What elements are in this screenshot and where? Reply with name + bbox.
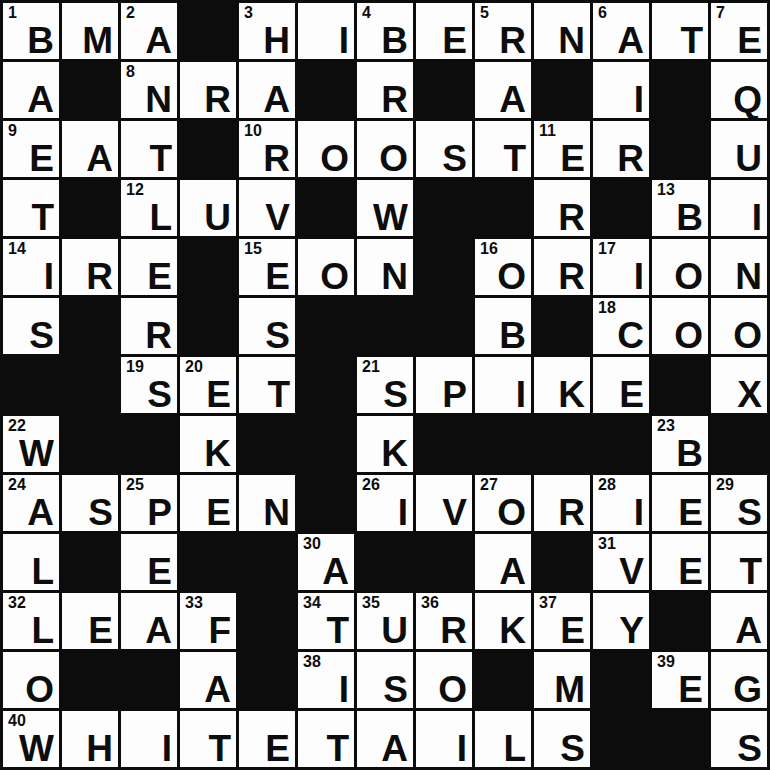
cell-r8c7[interactable]: K <box>357 416 413 472</box>
clue-number-31: 31 <box>598 535 616 553</box>
cell-r4c13[interactable]: I <box>711 180 767 236</box>
clue-number-24: 24 <box>8 476 26 494</box>
cell-letter: L <box>149 199 172 236</box>
cell-letter: S <box>147 376 172 413</box>
cell-letter: O <box>733 317 762 354</box>
cell-r7c10[interactable]: K <box>534 357 590 413</box>
cell-letter: U <box>204 199 231 236</box>
cell-letter: A <box>145 22 172 59</box>
cell-r1c9[interactable]: 5R <box>475 3 531 59</box>
cell-letter: W <box>19 730 54 767</box>
clue-number-22: 22 <box>8 417 26 435</box>
cell-r1c8[interactable]: E <box>416 3 472 59</box>
black-cell-r8c2 <box>62 416 118 472</box>
clue-number-5: 5 <box>480 4 489 22</box>
cell-letter: C <box>617 317 644 354</box>
black-cell-r6c7 <box>357 298 413 354</box>
cell-r10c1[interactable]: L <box>3 534 59 590</box>
cell-letter: E <box>147 258 172 295</box>
cell-letter: R <box>145 317 172 354</box>
cell-r9c7[interactable]: 26I <box>357 475 413 531</box>
clue-number-12: 12 <box>126 181 144 199</box>
cell-r5c11[interactable]: 17I <box>593 239 649 295</box>
cell-letter: A <box>27 494 54 531</box>
cell-r3c5[interactable]: 10R <box>239 121 295 177</box>
cell-letter: G <box>733 671 762 708</box>
clue-number-9: 9 <box>8 122 17 140</box>
cell-letter: E <box>678 553 703 590</box>
clue-number-23: 23 <box>657 417 675 435</box>
black-cell-r4c9 <box>475 180 531 236</box>
cell-letter: E <box>678 671 703 708</box>
clue-number-28: 28 <box>598 476 616 494</box>
black-cell-r4c2 <box>62 180 118 236</box>
cell-letter: A <box>322 553 349 590</box>
cell-r3c7[interactable]: O <box>357 121 413 177</box>
cell-letter: B <box>676 435 703 472</box>
cell-letter: A <box>86 140 113 177</box>
black-cell-r6c8 <box>416 298 472 354</box>
cell-r9c12[interactable]: E <box>652 475 708 531</box>
black-cell-r11c12 <box>652 593 708 649</box>
cell-r4c10[interactable]: R <box>534 180 590 236</box>
cell-r2c11[interactable]: I <box>593 62 649 118</box>
cell-letter: I <box>44 258 54 295</box>
cell-r4c12[interactable]: 13B <box>652 180 708 236</box>
cell-r6c12[interactable]: O <box>652 298 708 354</box>
cell-r11c2[interactable]: E <box>62 593 118 649</box>
cell-r3c6[interactable]: O <box>298 121 354 177</box>
cell-letter: R <box>440 612 467 649</box>
cell-r13c1[interactable]: 40W <box>3 711 59 767</box>
clue-number-14: 14 <box>8 240 26 258</box>
cell-letter: P <box>147 494 172 531</box>
black-cell-r12c9 <box>475 652 531 708</box>
clue-number-37: 37 <box>539 594 557 612</box>
cell-r5c10[interactable]: R <box>534 239 590 295</box>
cell-letter: K <box>204 435 231 472</box>
clue-number-4: 4 <box>362 4 371 22</box>
black-cell-r6c4 <box>180 298 236 354</box>
clue-number-26: 26 <box>362 476 380 494</box>
cell-letter: O <box>438 671 467 708</box>
cell-letter: A <box>735 612 762 649</box>
cell-r11c1[interactable]: 32L <box>3 593 59 649</box>
cell-letter: T <box>739 553 762 590</box>
cell-letter: I <box>398 494 408 531</box>
cell-r5c9[interactable]: 16O <box>475 239 531 295</box>
cell-r7c7[interactable]: 21S <box>357 357 413 413</box>
cell-r4c1[interactable]: T <box>3 180 59 236</box>
cell-r7c11[interactable]: E <box>593 357 649 413</box>
cell-r11c13[interactable]: A <box>711 593 767 649</box>
cell-r13c7[interactable]: A <box>357 711 413 767</box>
cell-r5c3[interactable]: E <box>121 239 177 295</box>
cell-letter: E <box>147 553 172 590</box>
cell-letter: S <box>383 376 408 413</box>
black-cell-r6c6 <box>298 298 354 354</box>
cell-letter: S <box>265 317 290 354</box>
black-cell-r1c4 <box>180 3 236 59</box>
black-cell-r8c13 <box>711 416 767 472</box>
cell-letter: U <box>735 140 762 177</box>
cell-r6c9[interactable]: B <box>475 298 531 354</box>
black-cell-r7c1 <box>3 357 59 413</box>
cell-letter: R <box>204 81 231 118</box>
cell-r5c2[interactable]: R <box>62 239 118 295</box>
cell-letter: L <box>31 612 54 649</box>
clue-number-30: 30 <box>303 535 321 553</box>
cell-r3c1[interactable]: 9E <box>3 121 59 177</box>
cell-r5c5[interactable]: 15E <box>239 239 295 295</box>
cell-r11c4[interactable]: 33F <box>180 593 236 649</box>
cell-r10c12[interactable]: E <box>652 534 708 590</box>
clue-number-29: 29 <box>716 476 734 494</box>
black-cell-r10c2 <box>62 534 118 590</box>
cell-letter: I <box>516 376 526 413</box>
clue-number-21: 21 <box>362 358 380 376</box>
cell-r3c2[interactable]: A <box>62 121 118 177</box>
cell-r7c4[interactable]: 20E <box>180 357 236 413</box>
cell-r12c1[interactable]: O <box>3 652 59 708</box>
cell-letter: T <box>503 140 526 177</box>
cell-letter: E <box>560 140 585 177</box>
black-cell-r7c2 <box>62 357 118 413</box>
cell-letter: I <box>752 199 762 236</box>
clue-number-8: 8 <box>126 63 135 81</box>
cell-letter: N <box>145 81 172 118</box>
cell-letter: S <box>88 494 113 531</box>
cell-r2c1[interactable]: A <box>3 62 59 118</box>
cell-r2c4[interactable]: R <box>180 62 236 118</box>
cell-r1c13[interactable]: 7E <box>711 3 767 59</box>
cell-r9c3[interactable]: 25P <box>121 475 177 531</box>
cell-r13c9[interactable]: L <box>475 711 531 767</box>
cell-letter: U <box>381 612 408 649</box>
cell-letter: H <box>263 22 290 59</box>
clue-number-1: 1 <box>8 4 17 22</box>
cell-letter: I <box>339 22 349 59</box>
cell-r1c2[interactable]: M <box>62 3 118 59</box>
cell-letter: E <box>737 22 762 59</box>
clue-number-13: 13 <box>657 181 675 199</box>
cell-letter: T <box>326 612 349 649</box>
black-cell-r2c2 <box>62 62 118 118</box>
cell-r9c1[interactable]: 24A <box>3 475 59 531</box>
black-cell-r13c11 <box>593 711 649 767</box>
cell-letter: B <box>381 22 408 59</box>
clue-number-32: 32 <box>8 594 26 612</box>
cell-r7c3[interactable]: 19S <box>121 357 177 413</box>
cell-letter: T <box>149 140 172 177</box>
cell-r2c13[interactable]: Q <box>711 62 767 118</box>
clue-number-34: 34 <box>303 594 321 612</box>
cell-letter: R <box>617 140 644 177</box>
clue-number-35: 35 <box>362 594 380 612</box>
cell-r4c7[interactable]: W <box>357 180 413 236</box>
cell-r11c3[interactable]: A <box>121 593 177 649</box>
cell-r10c3[interactable]: E <box>121 534 177 590</box>
cell-letter: W <box>373 199 408 236</box>
cell-letter: T <box>208 730 231 767</box>
cell-letter: I <box>634 81 644 118</box>
cell-letter: E <box>265 730 290 767</box>
cell-r11c10[interactable]: 37E <box>534 593 590 649</box>
cell-r7c8[interactable]: P <box>416 357 472 413</box>
black-cell-r2c10 <box>534 62 590 118</box>
clue-number-33: 33 <box>185 594 203 612</box>
cell-r10c6[interactable]: 30A <box>298 534 354 590</box>
cell-letter: O <box>379 140 408 177</box>
cell-r2c7[interactable]: R <box>357 62 413 118</box>
cell-letter: B <box>27 22 54 59</box>
black-cell-r6c2 <box>62 298 118 354</box>
cell-r6c5[interactable]: S <box>239 298 295 354</box>
clue-number-15: 15 <box>244 240 262 258</box>
black-cell-r9c6 <box>298 475 354 531</box>
cell-letter: V <box>442 494 467 531</box>
clue-number-11: 11 <box>539 122 556 140</box>
cell-r13c4[interactable]: T <box>180 711 236 767</box>
cell-r1c6[interactable]: I <box>298 3 354 59</box>
cell-r12c7[interactable]: S <box>357 652 413 708</box>
clue-number-36: 36 <box>421 594 439 612</box>
cell-r1c11[interactable]: 6A <box>593 3 649 59</box>
clue-number-2: 2 <box>126 4 135 22</box>
black-cell-r8c3 <box>121 416 177 472</box>
cell-letter: K <box>381 435 408 472</box>
cell-r4c4[interactable]: U <box>180 180 236 236</box>
cell-r3c8[interactable]: S <box>416 121 472 177</box>
clue-number-18: 18 <box>598 299 616 317</box>
cell-r9c8[interactable]: V <box>416 475 472 531</box>
cell-r11c9[interactable]: K <box>475 593 531 649</box>
cell-r1c10[interactable]: N <box>534 3 590 59</box>
black-cell-r2c12 <box>652 62 708 118</box>
cell-r5c1[interactable]: 14I <box>3 239 59 295</box>
cell-letter: A <box>27 81 54 118</box>
clue-number-3: 3 <box>244 4 253 22</box>
cell-letter: O <box>674 258 703 295</box>
cell-r9c9[interactable]: 27O <box>475 475 531 531</box>
cell-r3c9[interactable]: T <box>475 121 531 177</box>
cell-letter: V <box>265 199 290 236</box>
cell-letter: P <box>442 376 467 413</box>
cell-letter: B <box>499 317 526 354</box>
black-cell-r8c9 <box>475 416 531 472</box>
cell-r12c12[interactable]: 39E <box>652 652 708 708</box>
cell-r12c6[interactable]: 38I <box>298 652 354 708</box>
black-cell-r12c5 <box>239 652 295 708</box>
cell-letter: O <box>497 494 526 531</box>
black-cell-r8c8 <box>416 416 472 472</box>
cell-r4c5[interactable]: V <box>239 180 295 236</box>
cell-letter: T <box>267 376 290 413</box>
cell-r13c5[interactable]: E <box>239 711 295 767</box>
cell-letter: A <box>381 730 408 767</box>
black-cell-r3c4 <box>180 121 236 177</box>
black-cell-r13c12 <box>652 711 708 767</box>
cell-letter: O <box>320 258 349 295</box>
black-cell-r5c4 <box>180 239 236 295</box>
cell-r8c1[interactable]: 22W <box>3 416 59 472</box>
cell-r3c13[interactable]: U <box>711 121 767 177</box>
cell-letter: R <box>558 258 585 295</box>
cell-r11c6[interactable]: 34T <box>298 593 354 649</box>
cell-letter: E <box>678 494 703 531</box>
cell-letter: E <box>88 612 113 649</box>
cell-r10c13[interactable]: T <box>711 534 767 590</box>
cell-letter: I <box>162 730 172 767</box>
cell-letter: O <box>320 140 349 177</box>
cell-r10c9[interactable]: A <box>475 534 531 590</box>
black-cell-r2c6 <box>298 62 354 118</box>
cell-letter: I <box>634 494 644 531</box>
black-cell-r4c11 <box>593 180 649 236</box>
cell-letter: H <box>86 730 113 767</box>
black-cell-r10c4 <box>180 534 236 590</box>
cell-r1c3[interactable]: 2A <box>121 3 177 59</box>
cell-r12c10[interactable]: M <box>534 652 590 708</box>
cell-letter: E <box>265 258 290 295</box>
cell-letter: R <box>499 22 526 59</box>
cell-r1c12[interactable]: T <box>652 3 708 59</box>
cell-letter: A <box>617 22 644 59</box>
cell-r9c4[interactable]: E <box>180 475 236 531</box>
black-cell-r8c10 <box>534 416 590 472</box>
black-cell-r8c5 <box>239 416 295 472</box>
cell-r6c1[interactable]: S <box>3 298 59 354</box>
black-cell-r4c6 <box>298 180 354 236</box>
cell-letter: R <box>381 81 408 118</box>
clue-number-25: 25 <box>126 476 144 494</box>
cell-r13c8[interactable]: I <box>416 711 472 767</box>
cell-r7c9[interactable]: I <box>475 357 531 413</box>
cell-r12c13[interactable]: G <box>711 652 767 708</box>
cell-r13c3[interactable]: I <box>121 711 177 767</box>
cell-letter: S <box>737 494 762 531</box>
cell-r1c5[interactable]: 3H <box>239 3 295 59</box>
cell-letter: A <box>263 81 290 118</box>
black-cell-r2c8 <box>416 62 472 118</box>
cell-letter: O <box>674 317 703 354</box>
cell-r5c7[interactable]: N <box>357 239 413 295</box>
cell-r7c13[interactable]: X <box>711 357 767 413</box>
cell-letter: N <box>263 494 290 531</box>
cell-r9c5[interactable]: N <box>239 475 295 531</box>
cell-r2c9[interactable]: A <box>475 62 531 118</box>
cell-r5c6[interactable]: O <box>298 239 354 295</box>
cell-letter: A <box>499 81 526 118</box>
cell-letter: S <box>560 730 585 767</box>
cell-r11c11[interactable]: Y <box>593 593 649 649</box>
black-cell-r4c8 <box>416 180 472 236</box>
cell-letter: S <box>737 730 762 767</box>
cell-r3c10[interactable]: 11E <box>534 121 590 177</box>
cell-letter: K <box>499 612 526 649</box>
cell-r13c10[interactable]: S <box>534 711 590 767</box>
cell-r12c8[interactable]: O <box>416 652 472 708</box>
cell-r10c11[interactable]: 31V <box>593 534 649 590</box>
cell-r6c13[interactable]: O <box>711 298 767 354</box>
cell-letter: A <box>499 553 526 590</box>
cell-letter: E <box>560 612 585 649</box>
clue-number-19: 19 <box>126 358 144 376</box>
cell-r7c5[interactable]: T <box>239 357 295 413</box>
cell-r9c13[interactable]: 29S <box>711 475 767 531</box>
black-cell-r5c8 <box>416 239 472 295</box>
cell-r4c3[interactable]: 12L <box>121 180 177 236</box>
cell-r3c3[interactable]: T <box>121 121 177 177</box>
cell-r8c12[interactable]: 23B <box>652 416 708 472</box>
cell-letter: S <box>442 140 467 177</box>
cell-letter: X <box>737 376 762 413</box>
cell-letter: O <box>25 671 54 708</box>
cell-r13c13[interactable]: S <box>711 711 767 767</box>
clue-number-38: 38 <box>303 653 321 671</box>
black-cell-r8c6 <box>298 416 354 472</box>
cell-letter: S <box>29 317 54 354</box>
cell-letter: I <box>457 730 467 767</box>
cell-letter: L <box>503 730 526 767</box>
clue-number-16: 16 <box>480 240 498 258</box>
cell-letter: E <box>206 376 231 413</box>
cell-letter: T <box>31 199 54 236</box>
cell-r5c13[interactable]: N <box>711 239 767 295</box>
cell-letter: O <box>497 258 526 295</box>
black-cell-r10c8 <box>416 534 472 590</box>
cell-r13c6[interactable]: T <box>298 711 354 767</box>
cell-r5c12[interactable]: O <box>652 239 708 295</box>
black-cell-r7c12 <box>652 357 708 413</box>
cell-r3c11[interactable]: R <box>593 121 649 177</box>
black-cell-r10c7 <box>357 534 413 590</box>
cell-letter: Y <box>619 612 644 649</box>
black-cell-r7c6 <box>298 357 354 413</box>
cell-r8c4[interactable]: K <box>180 416 236 472</box>
cell-r11c7[interactable]: 35U <box>357 593 413 649</box>
black-cell-r6c10 <box>534 298 590 354</box>
cell-r1c7[interactable]: 4B <box>357 3 413 59</box>
cell-letter: L <box>31 553 54 590</box>
cell-r9c2[interactable]: S <box>62 475 118 531</box>
cell-r1c1[interactable]: 1B <box>3 3 59 59</box>
cell-letter: W <box>19 435 54 472</box>
cell-r13c2[interactable]: H <box>62 711 118 767</box>
cell-r6c11[interactable]: 18C <box>593 298 649 354</box>
cell-r9c10[interactable]: R <box>534 475 590 531</box>
cell-letter: Q <box>733 81 762 118</box>
cell-letter: R <box>558 494 585 531</box>
cell-letter: T <box>680 22 703 59</box>
black-cell-r8c11 <box>593 416 649 472</box>
black-cell-r10c10 <box>534 534 590 590</box>
cell-r6c3[interactable]: R <box>121 298 177 354</box>
clue-number-20: 20 <box>185 358 203 376</box>
cell-letter: B <box>676 199 703 236</box>
cell-r2c3[interactable]: 8N <box>121 62 177 118</box>
cell-letter: F <box>208 612 231 649</box>
cell-r11c8[interactable]: 36R <box>416 593 472 649</box>
cell-letter: I <box>339 671 349 708</box>
cell-letter: M <box>554 671 585 708</box>
cell-letter: N <box>558 22 585 59</box>
cell-r2c5[interactable]: A <box>239 62 295 118</box>
cell-r12c4[interactable]: A <box>180 652 236 708</box>
cell-letter: A <box>145 612 172 649</box>
cell-r9c11[interactable]: 28I <box>593 475 649 531</box>
cell-letter: N <box>381 258 408 295</box>
